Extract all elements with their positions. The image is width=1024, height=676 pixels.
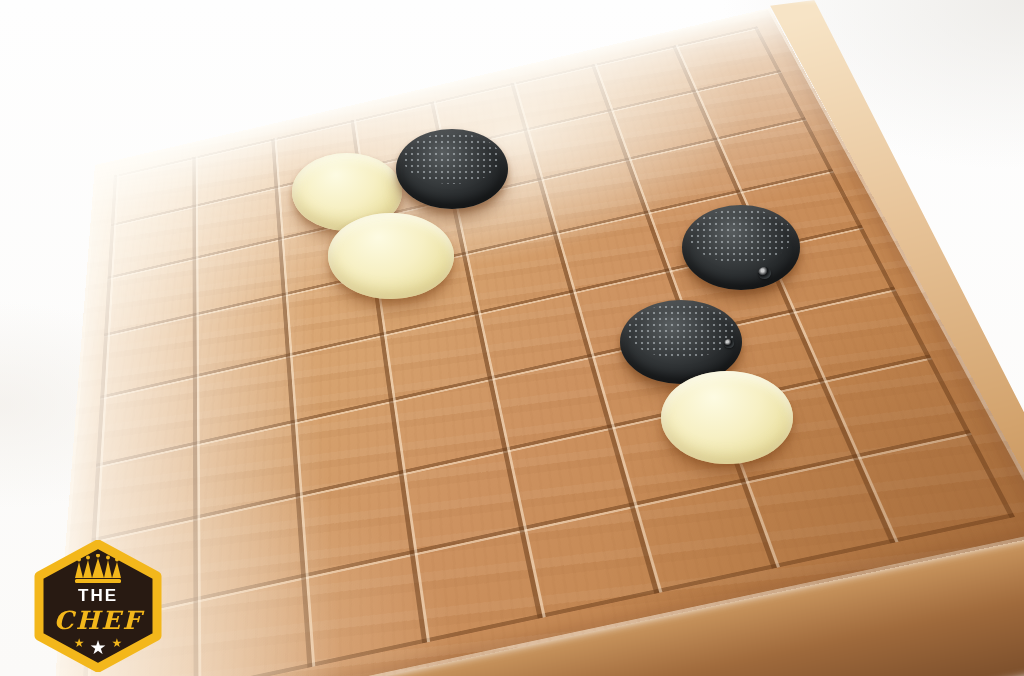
crown-icon <box>73 554 123 586</box>
badge-content: THE CHEF ★ ★ ★ <box>33 540 163 672</box>
chef-badge: THE CHEF ★ ★ ★ <box>33 540 163 672</box>
star-left-icon: ★ <box>74 637 85 649</box>
star-right-icon: ★ <box>112 637 123 649</box>
photo-scene: THE CHEF ★ ★ ★ <box>0 0 1024 676</box>
badge-text-the: THE <box>78 587 118 606</box>
star-center-icon: ★ <box>89 638 106 657</box>
badge-stars: ★ ★ ★ <box>74 637 123 656</box>
badge-text-chef: CHEF <box>54 607 142 636</box>
